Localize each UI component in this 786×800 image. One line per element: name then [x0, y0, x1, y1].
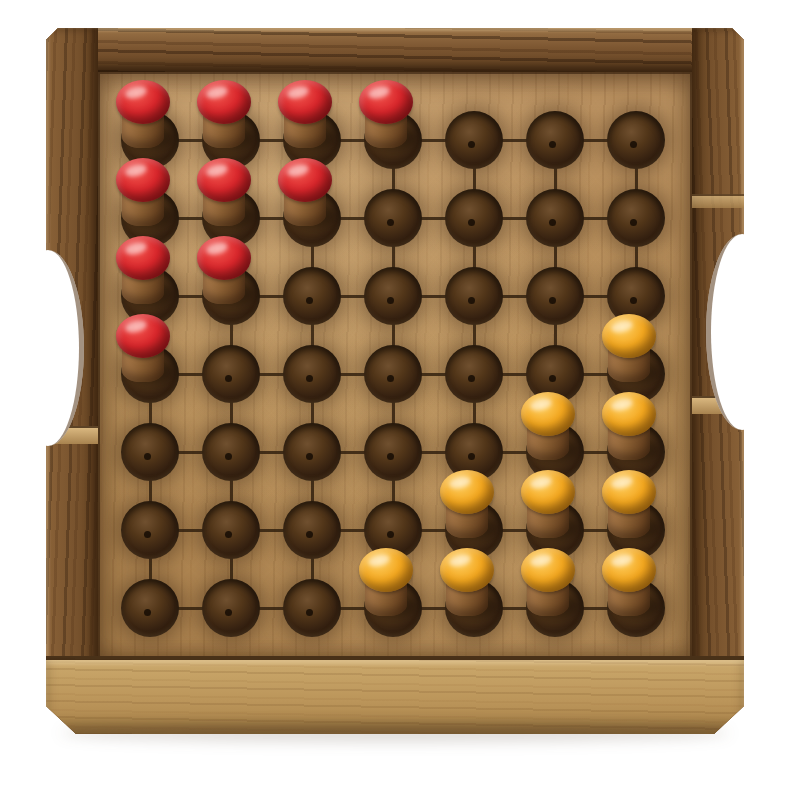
hole-centre-mark — [387, 297, 394, 304]
drop-shadow — [60, 724, 730, 742]
peg-cap — [278, 80, 332, 124]
peg-cap — [116, 158, 170, 202]
hole-centre-mark — [144, 609, 151, 616]
board-hole — [607, 189, 665, 247]
board-hole — [445, 189, 503, 247]
photo-background — [0, 0, 786, 800]
board-cell — [595, 101, 676, 179]
board-cell — [514, 101, 595, 179]
hole-centre-mark — [468, 141, 475, 148]
board-cell — [514, 257, 595, 335]
red-peg[interactable] — [197, 158, 251, 230]
red-peg[interactable] — [116, 158, 170, 230]
board-hole — [202, 501, 260, 559]
hole-centre-mark — [225, 453, 232, 460]
hole-centre-mark — [387, 531, 394, 538]
hole-centre-mark — [630, 297, 637, 304]
game-board — [98, 72, 692, 660]
board-cell — [271, 569, 352, 647]
hole-centre-mark — [549, 297, 556, 304]
lid-rail-step-right-top — [692, 194, 744, 208]
peg-cap — [440, 470, 494, 514]
board-cell — [271, 413, 352, 491]
hole-centre-mark — [387, 375, 394, 382]
hole-centre-mark — [306, 453, 313, 460]
hole-centre-mark — [549, 375, 556, 382]
peg-cap — [602, 470, 656, 514]
red-peg[interactable] — [116, 80, 170, 152]
peg-grid — [109, 101, 676, 647]
yellow-peg[interactable] — [359, 548, 413, 620]
board-hole — [364, 189, 422, 247]
board-cell — [514, 179, 595, 257]
board-hole — [445, 345, 503, 403]
board-cell — [109, 413, 190, 491]
board-hole — [202, 345, 260, 403]
board-cell — [514, 569, 595, 647]
peg-cap — [116, 80, 170, 124]
red-peg[interactable] — [278, 80, 332, 152]
yellow-peg[interactable] — [602, 548, 656, 620]
board-hole — [364, 267, 422, 325]
hole-centre-mark — [549, 141, 556, 148]
red-peg[interactable] — [359, 80, 413, 152]
peg-cap — [197, 236, 251, 280]
hole-centre-mark — [306, 609, 313, 616]
finger-notch-right — [706, 234, 778, 430]
board-hole — [283, 579, 341, 637]
board-cell — [433, 569, 514, 647]
hole-centre-mark — [468, 219, 475, 226]
hole-centre-mark — [306, 531, 313, 538]
board-cell — [190, 335, 271, 413]
hole-centre-mark — [387, 453, 394, 460]
board-cell — [109, 335, 190, 413]
board-cell — [433, 335, 514, 413]
hole-centre-mark — [549, 219, 556, 226]
red-peg[interactable] — [116, 236, 170, 308]
board-cell — [352, 257, 433, 335]
board-cell — [595, 569, 676, 647]
peg-cap — [197, 158, 251, 202]
yellow-peg[interactable] — [440, 548, 494, 620]
yellow-peg[interactable] — [602, 392, 656, 464]
hole-centre-mark — [225, 531, 232, 538]
board-hole — [526, 111, 584, 169]
board-hole — [526, 267, 584, 325]
board-cell — [190, 569, 271, 647]
board-cell — [352, 413, 433, 491]
board-hole — [283, 267, 341, 325]
yellow-peg[interactable] — [521, 548, 575, 620]
board-cell — [190, 413, 271, 491]
board-hole — [121, 423, 179, 481]
hole-centre-mark — [387, 219, 394, 226]
board-cell — [109, 569, 190, 647]
board-cell — [109, 491, 190, 569]
board-cell — [433, 101, 514, 179]
peg-cap — [359, 80, 413, 124]
yellow-peg[interactable] — [521, 470, 575, 542]
board-hole — [121, 579, 179, 637]
hole-centre-mark — [306, 297, 313, 304]
hole-centre-mark — [306, 375, 313, 382]
board-hole — [607, 111, 665, 169]
board-hole — [283, 501, 341, 559]
peg-cap — [602, 314, 656, 358]
peg-cap — [197, 80, 251, 124]
finger-notch-left — [12, 250, 84, 446]
board-cell — [190, 257, 271, 335]
yellow-peg[interactable] — [602, 314, 656, 386]
board-cell — [271, 335, 352, 413]
peg-cap — [116, 236, 170, 280]
hole-centre-mark — [630, 219, 637, 226]
peg-cap — [602, 548, 656, 592]
hole-centre-mark — [468, 453, 475, 460]
hole-centre-mark — [225, 609, 232, 616]
hole-centre-mark — [144, 453, 151, 460]
board-hole — [202, 423, 260, 481]
board-cell — [352, 101, 433, 179]
board-hole — [364, 345, 422, 403]
board-cell — [352, 335, 433, 413]
board-hole — [283, 345, 341, 403]
board-cell — [190, 491, 271, 569]
board-hole — [121, 501, 179, 559]
peg-cap — [602, 392, 656, 436]
board-hole — [202, 579, 260, 637]
board-cell — [595, 179, 676, 257]
red-peg[interactable] — [278, 158, 332, 230]
board-cell — [271, 491, 352, 569]
board-hole — [364, 423, 422, 481]
board-cell — [352, 569, 433, 647]
red-peg[interactable] — [116, 314, 170, 386]
board-cell — [352, 179, 433, 257]
wooden-game-box — [46, 28, 744, 734]
peg-cap — [521, 392, 575, 436]
board-cell — [433, 179, 514, 257]
red-peg[interactable] — [197, 80, 251, 152]
peg-cap — [440, 548, 494, 592]
peg-cap — [521, 470, 575, 514]
box-front-panel — [46, 656, 744, 734]
board-hole — [445, 267, 503, 325]
board-hole — [445, 111, 503, 169]
peg-cap — [521, 548, 575, 592]
yellow-peg[interactable] — [602, 470, 656, 542]
yellow-peg[interactable] — [521, 392, 575, 464]
peg-cap — [116, 314, 170, 358]
hole-centre-mark — [630, 141, 637, 148]
peg-cap — [359, 548, 413, 592]
box-wall-top — [46, 28, 744, 72]
board-cell — [433, 257, 514, 335]
hole-centre-mark — [468, 297, 475, 304]
peg-cap — [278, 158, 332, 202]
hole-centre-mark — [144, 531, 151, 538]
board-hole — [283, 423, 341, 481]
yellow-peg[interactable] — [440, 470, 494, 542]
red-peg[interactable] — [197, 236, 251, 308]
hole-centre-mark — [468, 375, 475, 382]
board-hole — [526, 189, 584, 247]
board-cell — [271, 257, 352, 335]
hole-centre-mark — [225, 375, 232, 382]
board-cell — [271, 179, 352, 257]
